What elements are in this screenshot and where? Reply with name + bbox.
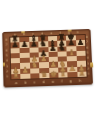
square-e1[interactable]: ♚ [49,73,59,79]
board-grid: ♜♝♛♜♚♟♟♟♞♝♟♟♟♟♞♟♝♟♟♞♟♞♟♟♟♟♟♜♛♚♝♜ [9,34,88,81]
coordinate-label: 1 [87,73,89,76]
rank-labels-left: 87654321 [4,38,10,80]
square-h1[interactable]: ♜ [77,72,87,78]
square-h7[interactable]: ♟ [76,40,86,46]
square-c3[interactable]: ♞ [30,63,40,69]
coordinate-label: a [15,82,17,85]
square-b2[interactable]: ♟ [21,68,31,74]
chess-board: abcdefgh 87654321 87654321 ♜♝♛♜♚♟♟♟♞♝♟♟♟… [2,29,93,88]
coordinate-label: 6 [6,49,8,52]
coordinate-label: 5 [6,55,8,58]
piece-white-bishop[interactable]: ♝ [68,49,75,57]
square-c7[interactable]: ♟ [29,42,39,48]
coordinate-label: 6 [86,46,88,49]
square-d4[interactable]: ♟ [39,57,49,63]
coordinate-label: f [61,80,62,83]
square-d1[interactable]: ♛ [39,73,49,79]
piece-white-king[interactable]: ♚ [50,71,57,79]
square-e3[interactable]: ♟ [49,62,59,68]
piece-white-bishop[interactable]: ♝ [59,71,66,79]
piece-black-pawn[interactable]: ♟ [77,39,84,47]
piece-black-pawn[interactable]: ♟ [11,41,18,49]
coordinate-label: 7 [6,44,8,47]
coordinate-label: 3 [87,62,89,65]
coordinate-label: c [34,81,36,84]
coordinate-label: d [43,81,45,84]
piece-white-pawn[interactable]: ♟ [69,65,77,73]
piece-white-rook[interactable]: ♜ [12,72,19,80]
coordinate-label: g [70,80,72,83]
coordinate-label: 4 [6,60,8,63]
coordinate-label: 3 [6,65,8,68]
square-f1[interactable]: ♝ [58,72,68,78]
coordinate-label: 2 [6,70,8,73]
piece-black-knight[interactable]: ♞ [58,44,65,52]
piece-black-pawn[interactable]: ♟ [67,39,74,47]
coordinate-label: 7 [86,41,88,44]
coordinate-label: b [24,82,26,85]
coordinate-label: 1 [6,76,8,79]
piece-white-pawn[interactable]: ♟ [22,67,29,75]
piece-white-knight[interactable]: ♞ [31,61,38,69]
coordinate-label: 4 [87,57,89,60]
product-photo: abcdefgh 87654321 87654321 ♜♝♛♜♚♟♟♟♞♝♟♟♟… [0,0,95,126]
board-frame: abcdefgh 87654321 87654321 ♜♝♛♜♚♟♟♟♞♝♟♟♟… [2,29,93,88]
piece-black-pawn[interactable]: ♟ [21,41,28,49]
square-f6[interactable]: ♞ [57,46,67,52]
square-c1[interactable] [30,73,40,79]
square-g5[interactable]: ♝ [67,51,77,57]
square-b7[interactable]: ♟ [20,42,29,48]
coordinate-label: h [77,31,79,34]
piece-black-pawn[interactable]: ♟ [49,45,56,53]
square-a7[interactable]: ♟ [10,42,19,48]
coordinate-label: e [50,32,52,35]
square-e6[interactable]: ♟ [48,46,58,52]
piece-white-pawn[interactable]: ♟ [50,60,57,68]
square-a1[interactable]: ♜ [11,74,21,80]
coordinate-label: h [79,80,81,83]
piece-white-queen[interactable]: ♛ [41,71,48,79]
coordinate-label: 2 [87,67,89,70]
coordinate-label: e [52,81,54,84]
square-d7[interactable]: ♞ [38,42,48,48]
coordinate-label: 8 [86,36,88,39]
piece-black-knight[interactable]: ♞ [39,40,46,48]
piece-black-pawn[interactable]: ♟ [30,40,37,48]
coordinate-label: b [23,33,25,36]
square-g2[interactable]: ♟ [67,67,77,73]
piece-white-pawn[interactable]: ♟ [40,56,47,64]
piece-white-rook[interactable]: ♜ [78,70,86,78]
square-g7[interactable]: ♟ [66,41,76,47]
coordinate-label: 8 [5,39,7,42]
coordinate-label: 5 [87,52,89,55]
